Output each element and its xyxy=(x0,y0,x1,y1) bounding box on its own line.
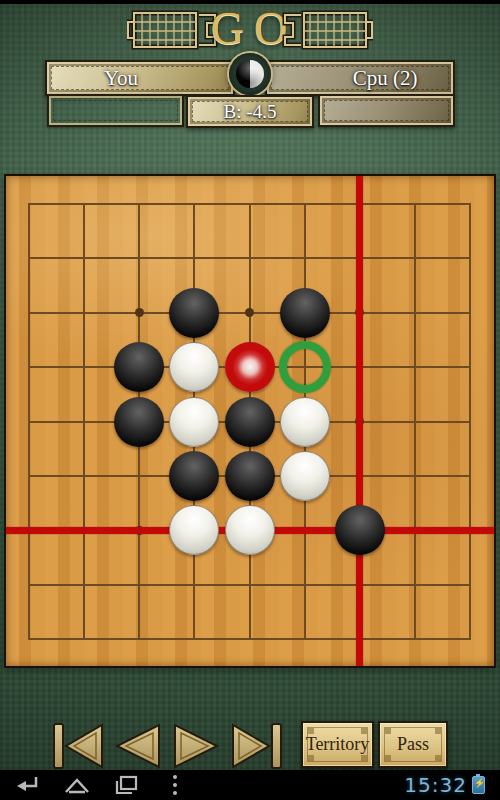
grid-line-horizontal xyxy=(28,638,471,640)
android-recent-apps-button[interactable] xyxy=(113,774,139,796)
white-stone xyxy=(169,342,219,392)
red-circle-marker xyxy=(225,342,275,392)
android-menu-button[interactable] xyxy=(170,774,180,796)
last-move-line-vertical xyxy=(356,176,363,666)
back-arrow-icon xyxy=(17,777,36,791)
player-you-panel-lower-frame xyxy=(47,94,184,127)
nav-last-button[interactable] xyxy=(231,722,283,770)
black-stone xyxy=(169,451,219,501)
black-stone xyxy=(114,397,164,447)
grid-line-vertical xyxy=(414,203,416,640)
pass-button[interactable]: Pass xyxy=(378,721,448,768)
territory-button[interactable]: Territory xyxy=(301,721,374,768)
white-stone xyxy=(280,397,330,447)
hoshi-point xyxy=(135,308,144,317)
home-icon xyxy=(66,780,88,792)
player-you-panel: You xyxy=(45,60,235,96)
white-stone xyxy=(225,505,275,555)
black-stone xyxy=(335,505,385,555)
grid-line-horizontal xyxy=(28,584,471,586)
white-stone xyxy=(280,451,330,501)
half-black-half-white-stone-icon xyxy=(236,60,264,88)
territory-button-label: Territory xyxy=(306,734,370,755)
black-stone xyxy=(225,397,275,447)
clock: 15:32 xyxy=(404,773,467,797)
nav-next-button[interactable] xyxy=(171,722,225,770)
turn-stone-indicator xyxy=(229,53,271,95)
black-stone xyxy=(114,342,164,392)
skip-to-end-bar-icon xyxy=(272,724,281,768)
android-back-button[interactable] xyxy=(15,774,41,796)
goban-lattice-decoration-right xyxy=(281,9,373,51)
white-stone xyxy=(169,397,219,447)
menu-dots-icon xyxy=(173,775,177,795)
player-cpu-label: Cpu (2) xyxy=(267,62,453,94)
nav-previous-button[interactable] xyxy=(109,722,163,770)
black-stone xyxy=(169,288,219,338)
hoshi-point xyxy=(245,308,254,317)
player-cpu-panel: Cpu (2) xyxy=(265,60,455,96)
white-stone xyxy=(169,505,219,555)
score-label: B: -4.5 xyxy=(188,97,312,126)
green-circle-marker xyxy=(279,341,331,393)
score-panel: B: -4.5 xyxy=(186,95,314,128)
skip-to-start-bar-icon xyxy=(54,724,63,768)
recent-apps-icon xyxy=(117,777,136,793)
grid-line-vertical xyxy=(469,203,471,640)
android-home-button[interactable] xyxy=(63,774,91,796)
go-board[interactable] xyxy=(4,174,496,668)
nav-first-button[interactable] xyxy=(52,722,104,770)
pass-button-label: Pass xyxy=(397,734,429,755)
app-screen: GO You Cpu (2) B: -4.5 xyxy=(0,0,500,800)
player-you-label: You xyxy=(47,62,233,94)
black-stone xyxy=(280,288,330,338)
player-cpu-panel-lower xyxy=(318,94,455,127)
black-stone xyxy=(225,451,275,501)
battery-charging-icon xyxy=(472,776,485,794)
